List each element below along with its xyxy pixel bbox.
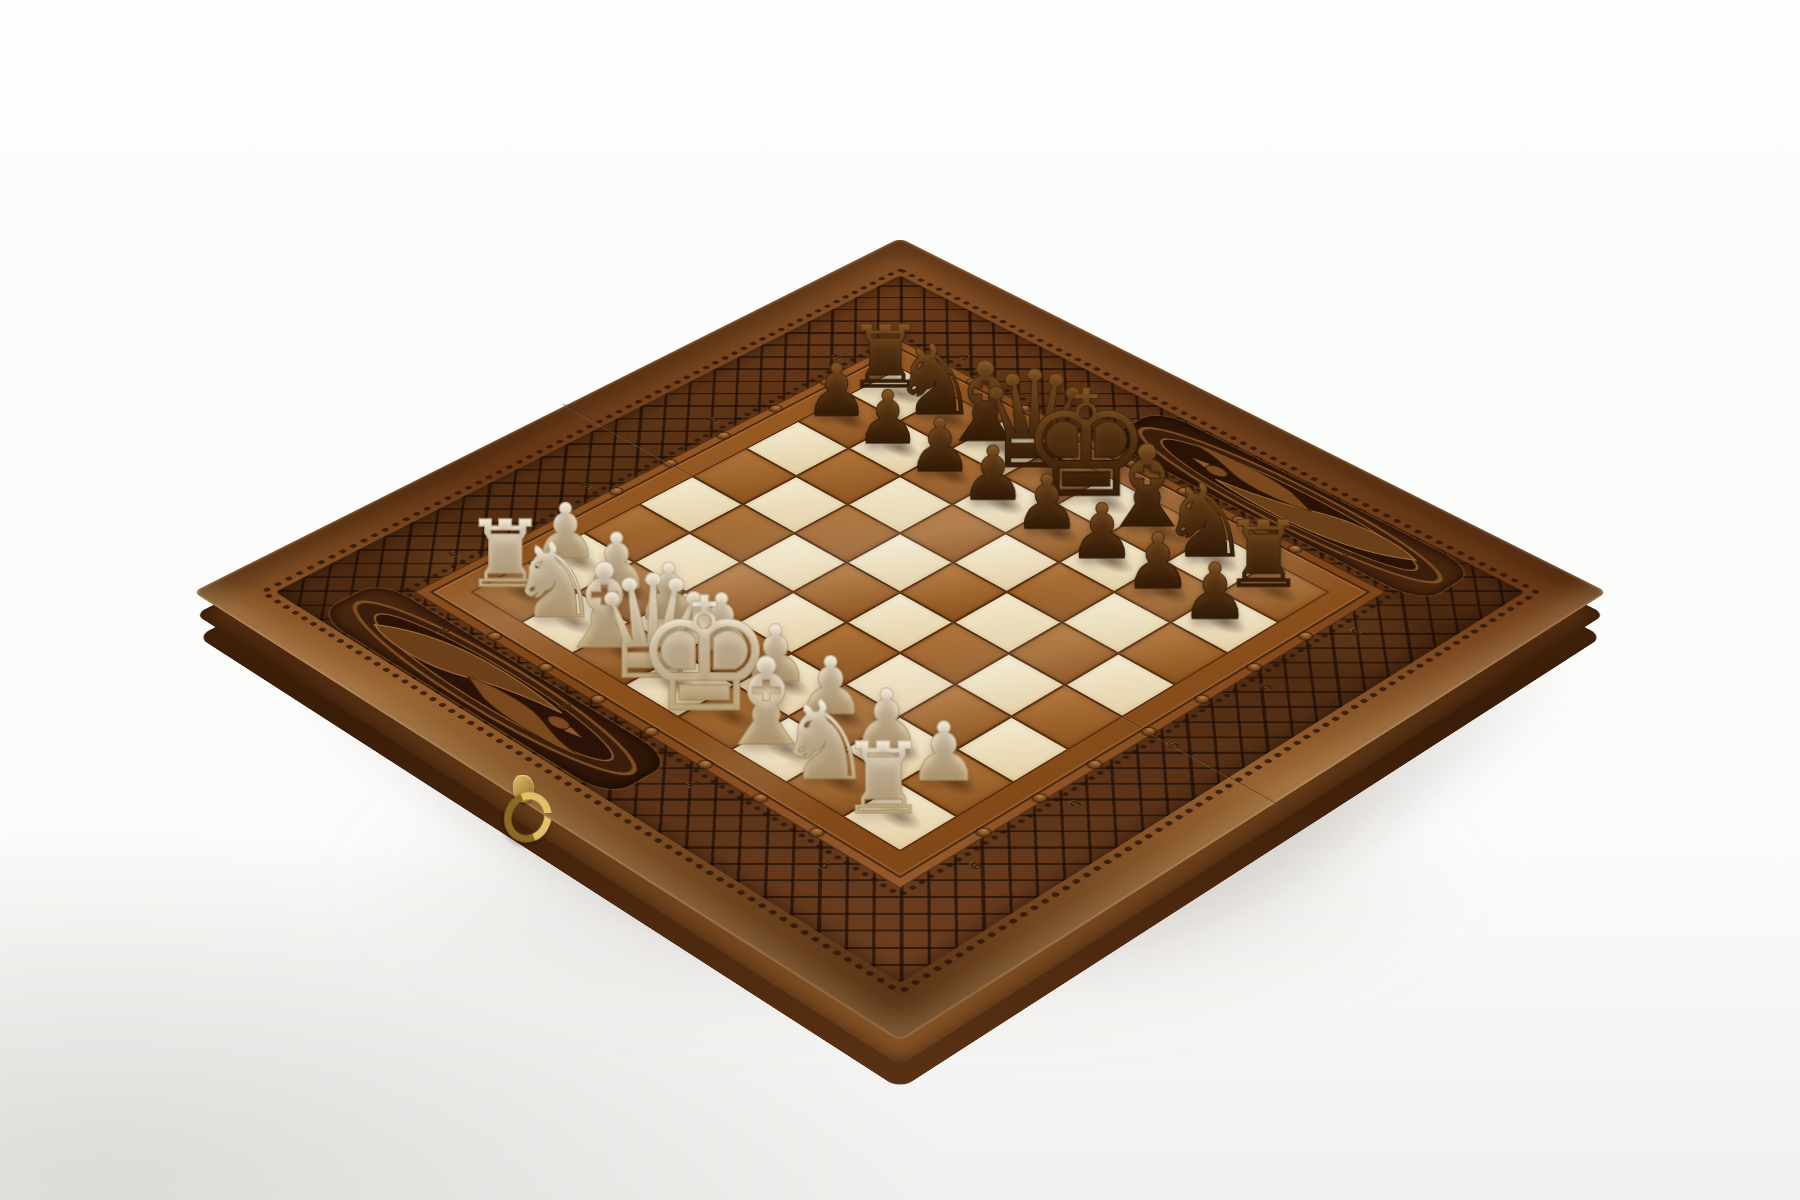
chess-case: 6968343969636969 ♜♞♝♛♚♝♞♜♟♟♟♟♟♟♟♟♟♟♟♟♟♟♟… (193, 238, 1607, 1042)
carved-frame-digit: 9 (826, 352, 845, 362)
frame-nail-dot (768, 404, 784, 412)
frame-nail-dot (819, 378, 835, 386)
frame-nail-dot (1176, 487, 1192, 496)
frame-nail-dot (1068, 431, 1084, 440)
scene: 6968343969636969 ♜♞♝♛♚♝♞♜♟♟♟♟♟♟♟♟♟♟♟♟♟♟♟… (0, 0, 1800, 1200)
frame-nail-dot (608, 487, 624, 496)
carved-frame-digit: 6 (704, 415, 723, 425)
carved-frame-digit: 9 (1140, 447, 1159, 457)
black-pawn-h7[interactable]: ♟ (1134, 553, 1297, 630)
white-rook-h1[interactable]: ♜ (797, 730, 969, 829)
frame-nail-dot (1122, 459, 1138, 468)
carved-frame-digit: 9 (577, 480, 596, 491)
frame-nail-dot (715, 431, 731, 440)
photo-background: 6968343969636969 ♜♞♝♛♚♝♞♜♟♟♟♟♟♟♟♟♟♟♟♟♟♟♟… (0, 0, 1800, 1200)
carved-frame-digit: 6 (955, 352, 974, 362)
brass-latch[interactable] (492, 775, 556, 837)
frame-nail-dot (965, 378, 981, 386)
frame-nail-dot (662, 459, 678, 468)
frame-nail-dot (1016, 404, 1032, 412)
